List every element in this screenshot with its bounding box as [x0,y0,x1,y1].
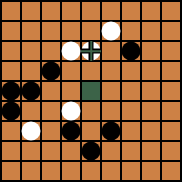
board-cell[interactable] [2,82,20,100]
board-cell[interactable] [162,102,180,120]
board-cell[interactable] [62,42,80,60]
board-cell[interactable] [162,142,180,160]
board-cell[interactable] [2,102,20,120]
board-cell[interactable] [42,122,60,140]
board-cell[interactable] [82,22,100,40]
board-cell[interactable] [142,142,160,160]
board-cell[interactable] [162,62,180,80]
board-cell[interactable] [62,162,80,180]
board-cell[interactable] [22,62,40,80]
board-cell[interactable] [122,102,140,120]
board-cell[interactable] [102,2,120,20]
board-cell[interactable] [162,162,180,180]
board-cell[interactable] [42,62,60,80]
board-cell[interactable] [2,2,20,20]
board-cell[interactable] [122,22,140,40]
board-cell[interactable] [162,22,180,40]
board-cell[interactable] [122,62,140,80]
board-cell[interactable] [82,62,100,80]
cross-marker-horizontal-green-line [81,50,101,52]
board-cell[interactable] [42,162,60,180]
board-cell[interactable] [22,2,40,20]
black-stone [82,142,101,161]
board-cell[interactable] [42,42,60,60]
board-cell[interactable] [122,142,140,160]
board-cell[interactable] [142,2,160,20]
board-cell[interactable] [82,122,100,140]
green-highlight-cell[interactable] [82,82,100,100]
board-cell[interactable] [2,62,20,80]
board-cell[interactable] [22,22,40,40]
board-cell[interactable] [62,2,80,20]
white-stone [62,42,81,61]
board-cell[interactable] [42,102,60,120]
board-cell[interactable] [122,162,140,180]
board-cell[interactable] [162,2,180,20]
white-stone [62,102,81,121]
board-cell[interactable] [22,142,40,160]
game-board [0,0,182,182]
board-cell[interactable] [142,62,160,80]
board-cell[interactable] [2,142,20,160]
board-cell[interactable] [42,22,60,40]
black-stone [2,82,21,101]
board-cell[interactable] [162,42,180,60]
board-cell[interactable] [2,162,20,180]
black-stone [2,102,21,121]
board-cell[interactable] [162,122,180,140]
board-cell[interactable] [22,162,40,180]
board-cell[interactable] [102,62,120,80]
board-cell[interactable] [142,122,160,140]
board-cell[interactable] [82,162,100,180]
board-cell[interactable] [42,82,60,100]
board-cell[interactable] [42,142,60,160]
board-cell[interactable] [22,122,40,140]
board-cell[interactable] [62,62,80,80]
board-cell[interactable] [62,122,80,140]
board-cell[interactable] [102,122,120,140]
board-cell[interactable] [142,22,160,40]
board-cell[interactable] [122,82,140,100]
black-stone [62,122,81,141]
board-cell[interactable] [122,122,140,140]
board-cell[interactable] [2,22,20,40]
board-cell[interactable] [142,42,160,60]
board-cell[interactable] [22,82,40,100]
board-cell[interactable] [82,2,100,20]
board-cell[interactable] [102,162,120,180]
board-cell[interactable] [102,42,120,60]
board-cell[interactable] [22,42,40,60]
board-cell[interactable] [62,22,80,40]
board-cell[interactable] [62,102,80,120]
board-cell[interactable] [102,102,120,120]
black-stone [42,62,61,81]
board-cell[interactable] [42,2,60,20]
black-stone [22,82,41,101]
board-cell[interactable] [142,162,160,180]
board-cell[interactable] [62,142,80,160]
board-cell[interactable] [22,102,40,120]
board-cell[interactable] [62,82,80,100]
white-stone [102,22,121,41]
black-stone [102,122,121,141]
board-cell[interactable] [162,82,180,100]
board-cell[interactable] [122,42,140,60]
board-cell[interactable] [142,102,160,120]
board-cell[interactable] [82,42,100,60]
board-cell[interactable] [102,22,120,40]
board-cell[interactable] [102,142,120,160]
board-cell[interactable] [2,122,20,140]
board-cell[interactable] [2,42,20,60]
black-stone [122,42,141,61]
board-cell[interactable] [122,2,140,20]
white-stone [22,122,41,141]
board-cell[interactable] [82,142,100,160]
board-cell[interactable] [102,82,120,100]
board-cell[interactable] [82,102,100,120]
board-cell[interactable] [142,82,160,100]
